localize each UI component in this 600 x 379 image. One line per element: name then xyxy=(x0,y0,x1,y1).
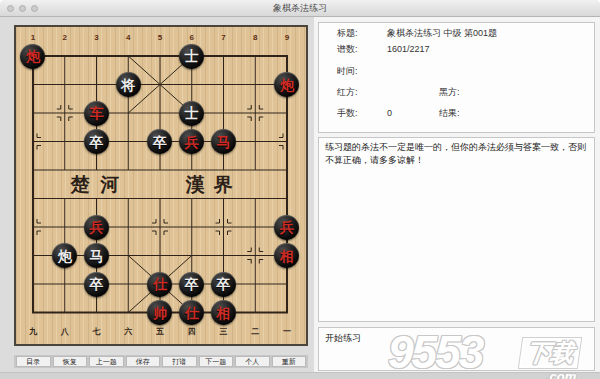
zoom-button[interactable] xyxy=(31,5,38,12)
piece-red-帅[interactable]: 帅 xyxy=(147,300,172,325)
file-label-bottom-6: 四 xyxy=(188,328,196,336)
piece-black-卒[interactable]: 卒 xyxy=(84,272,109,297)
file-label-bottom-1: 九 xyxy=(29,328,37,336)
piece-black-士[interactable]: 士 xyxy=(179,44,204,69)
app-window: 象棋杀法练习 123456789九八七六五四三二一 楚 河 漢 界 炮士将炮车士… xyxy=(0,0,600,379)
piece-black-卒[interactable]: 卒 xyxy=(179,272,204,297)
piece-black-炮[interactable]: 炮 xyxy=(52,243,77,268)
file-label-bottom-3: 七 xyxy=(93,328,101,336)
window-title: 象棋杀法练习 xyxy=(0,0,600,16)
piece-black-卒[interactable]: 卒 xyxy=(147,129,172,154)
close-button[interactable] xyxy=(7,5,14,12)
result-label: 结果: xyxy=(439,108,460,118)
piece-red-仕[interactable]: 仕 xyxy=(179,300,204,325)
piece-red-马[interactable]: 马 xyxy=(211,129,236,154)
piece-red-相[interactable]: 相 xyxy=(211,300,236,325)
record-count-value: 1601/2217 xyxy=(387,44,430,54)
move-count-label: 手数: xyxy=(337,108,358,118)
watermark-suffix: .com xyxy=(546,370,576,379)
file-label-bottom-4: 六 xyxy=(124,328,132,336)
piece-black-卒[interactable]: 卒 xyxy=(211,272,236,297)
record-count-label: 谱数: xyxy=(337,44,358,54)
replay-button[interactable]: 打谱 xyxy=(162,356,197,367)
title-bar: 象棋杀法练习 xyxy=(0,0,600,17)
file-label-bottom-8: 二 xyxy=(251,328,259,336)
piece-black-卒[interactable]: 卒 xyxy=(84,129,109,154)
piece-red-相[interactable]: 相 xyxy=(274,243,299,268)
catalog-button[interactable]: 目录 xyxy=(16,356,51,367)
main-content: 123456789九八七六五四三二一 楚 河 漢 界 炮士将炮车士卒卒兵马兵兵炮… xyxy=(0,17,600,379)
puzzle-info-box: 标题: 象棋杀法练习 中级 第001题 谱数: 1601/2217 时间: 红方… xyxy=(318,22,595,133)
xiangqi-board: 123456789九八七六五四三二一 楚 河 漢 界 炮士将炮车士卒卒兵马兵兵炮… xyxy=(14,25,308,346)
file-label-bottom-9: 一 xyxy=(283,328,291,336)
board-grid[interactable]: 炮士将炮车士卒卒兵马兵兵炮马相卒仕卒卒帅仕相 xyxy=(17,42,303,327)
save-button[interactable]: 保存 xyxy=(126,356,161,367)
start-practice-text: 开始练习 xyxy=(325,332,361,345)
title-value: 象棋杀法练习 中级 第001题 xyxy=(387,28,497,38)
move-count-value: 0 xyxy=(387,108,392,118)
window-controls xyxy=(7,5,38,12)
piece-red-炮[interactable]: 炮 xyxy=(274,72,299,97)
piece-red-炮[interactable]: 炮 xyxy=(20,44,45,69)
next-problem-button[interactable]: 下一题 xyxy=(199,356,234,367)
piece-black-士[interactable]: 士 xyxy=(179,101,204,126)
piece-red-车[interactable]: 车 xyxy=(84,101,109,126)
black-side-label: 黑方: xyxy=(439,87,460,97)
watermark-download-text: 下载 xyxy=(519,338,581,368)
window-footer xyxy=(0,372,600,379)
restart-button[interactable]: 重新 xyxy=(272,356,307,367)
red-side-label: 红方: xyxy=(337,87,358,97)
watermark-number: 9553 xyxy=(388,329,482,375)
minimize-button[interactable] xyxy=(19,5,26,12)
piece-red-兵[interactable]: 兵 xyxy=(274,215,299,240)
personal-button[interactable]: 个人 xyxy=(235,356,270,367)
previous-problem-button[interactable]: 上一题 xyxy=(89,356,124,367)
piece-red-兵[interactable]: 兵 xyxy=(84,215,109,240)
bottom-toolbar: 目录 恢复 上一题 保存 打谱 下一题 个人 重新 xyxy=(14,355,308,368)
instruction-text: 练习题的杀法不一定是唯一的，但你的杀法必须与答案一致，否则不算正确，请多多谅解！ xyxy=(319,138,594,169)
file-label-bottom-7: 三 xyxy=(220,328,228,336)
piece-red-仕[interactable]: 仕 xyxy=(147,272,172,297)
piece-black-将[interactable]: 将 xyxy=(116,72,141,97)
restore-button[interactable]: 恢复 xyxy=(53,356,88,367)
time-label: 时间: xyxy=(337,66,358,76)
piece-red-兵[interactable]: 兵 xyxy=(179,129,204,154)
file-label-bottom-2: 八 xyxy=(61,328,69,336)
instruction-box: 练习题的杀法不一定是唯一的，但你的杀法必须与答案一致，否则不算正确，请多多谅解！ xyxy=(318,137,595,322)
piece-black-马[interactable]: 马 xyxy=(84,243,109,268)
title-label: 标题: xyxy=(337,28,358,38)
file-label-bottom-5: 五 xyxy=(156,328,164,336)
